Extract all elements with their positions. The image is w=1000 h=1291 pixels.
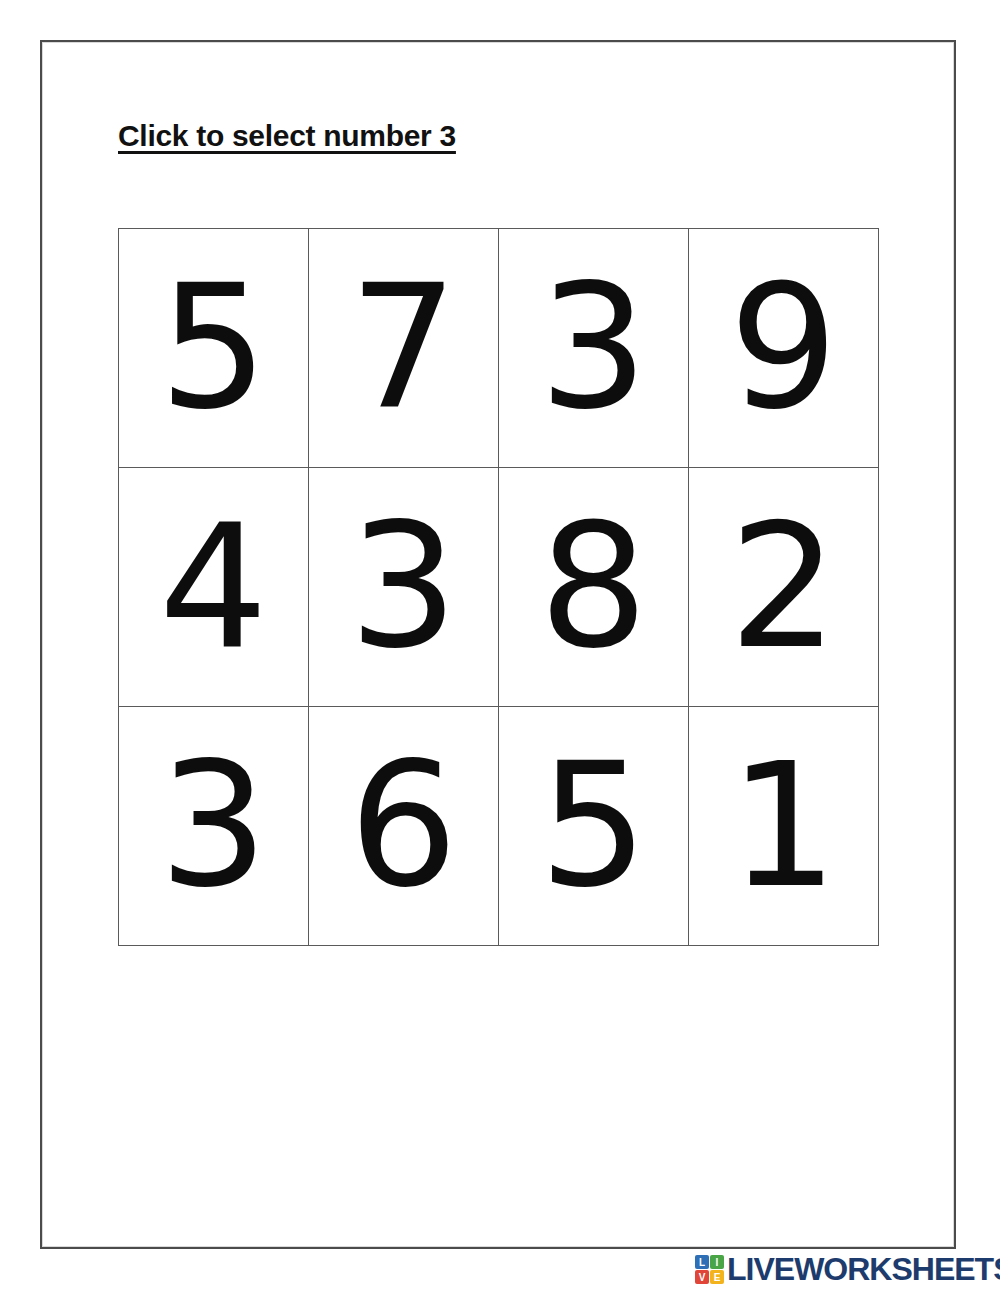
grid-cell-r1c0[interactable]: 4	[119, 468, 308, 706]
worksheet-instruction-title: Click to select number 3	[118, 119, 456, 153]
grid-cell-r2c1[interactable]: 6	[309, 707, 498, 945]
grid-cell-r1c1[interactable]: 3	[309, 468, 498, 706]
grid-cell-r2c0[interactable]: 3	[119, 707, 308, 945]
grid-cell-r0c1[interactable]: 7	[309, 229, 498, 467]
grid-cell-r0c0[interactable]: 5	[119, 229, 308, 467]
grid-cell-r1c3[interactable]: 2	[689, 468, 878, 706]
grid-cell-r0c3[interactable]: 9	[689, 229, 878, 467]
grid-cell-r0c2[interactable]: 3	[499, 229, 688, 467]
logo-square-e: E	[710, 1270, 724, 1284]
grid-cell-r1c2[interactable]: 8	[499, 468, 688, 706]
liveworksheets-logo[interactable]: L I V E LIVEWORKSHEETS	[695, 1251, 1000, 1288]
number-grid: 5 7 3 9 4 3 8 2 3 6 5 1	[118, 228, 879, 946]
liveworksheets-icon: L I V E	[695, 1255, 724, 1284]
logo-square-l: L	[695, 1255, 709, 1269]
logo-square-v: V	[695, 1270, 709, 1284]
grid-cell-r2c3[interactable]: 1	[689, 707, 878, 945]
liveworksheets-wordmark: LIVEWORKSHEETS	[727, 1251, 1000, 1288]
logo-square-i: I	[710, 1255, 724, 1269]
grid-cell-r2c2[interactable]: 5	[499, 707, 688, 945]
